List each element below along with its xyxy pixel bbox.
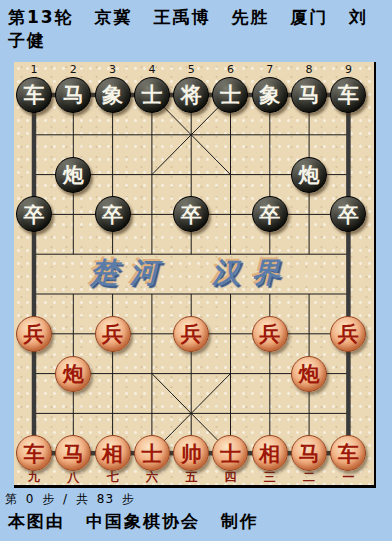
board-point-r7-c7[interactable]: 兵 [250,314,289,354]
board-point-r8-c7[interactable] [250,354,289,394]
board-point-r2-c7[interactable] [250,115,289,155]
board-point-r6-c1[interactable] [14,274,53,314]
piece-red-兵-r7c9[interactable]: 兵 [330,316,366,352]
piece-black-象-r1c3[interactable]: 象 [95,77,131,113]
board-point-r3-c9[interactable] [329,155,368,195]
board-point-r1-c1[interactable]: 车 [14,75,53,115]
board-point-r10-c2[interactable]: 马 [54,433,93,473]
piece-black-车-r1c9[interactable]: 车 [330,77,366,113]
page: 第13轮 京冀 王禹博 先胜 厦门 刘 子健 [0,0,392,541]
board-point-r8-c5[interactable] [172,354,211,394]
board-point-r4-c8[interactable] [289,194,328,234]
step-counter: 第 0 步 / 共 83 步 [5,491,135,508]
board-point-r10-c5[interactable]: 帅 [172,433,211,473]
board-point-r8-c6[interactable] [211,354,250,394]
board-point-r5-c3[interactable] [93,234,132,274]
piece-black-炮-r3c2[interactable]: 炮 [55,157,91,193]
piece-red-兵-r7c3[interactable]: 兵 [95,316,131,352]
board-point-r4-c5[interactable]: 卒 [172,194,211,234]
file-label-top-5: 5 [188,63,195,76]
board-point-r5-c7[interactable] [250,234,289,274]
board-point-r6-c6[interactable] [211,274,250,314]
board-point-r1-c5[interactable]: 将 [172,75,211,115]
board-point-r10-c6[interactable]: 士 [211,433,250,473]
piece-black-卒-r4c9[interactable]: 卒 [330,196,366,232]
board-point-r2-c1[interactable] [14,115,53,155]
board-point-r2-c4[interactable] [132,115,171,155]
piece-red-兵-r7c5[interactable]: 兵 [173,316,209,352]
piece-black-马-r1c8[interactable]: 马 [291,77,327,113]
board-point-r9-c3[interactable] [93,393,132,433]
board-point-r10-c1[interactable]: 车 [14,433,53,473]
board-point-r2-c5[interactable] [172,115,211,155]
board-point-r10-c8[interactable]: 马 [289,433,328,473]
board-point-r8-c2[interactable]: 炮 [54,354,93,394]
board-point-r3-c6[interactable] [211,155,250,195]
piece-black-卒-r4c3[interactable]: 卒 [95,196,131,232]
file-label-top-4: 4 [148,63,155,76]
board-point-r6-c5[interactable] [172,274,211,314]
board-point-r9-c4[interactable] [132,393,171,433]
piece-red-炮-r8c2[interactable]: 炮 [55,356,91,392]
file-label-top-1: 1 [31,63,38,76]
board-point-r7-c4[interactable] [132,314,171,354]
piece-black-卒-r4c5[interactable]: 卒 [173,196,209,232]
board-point-r9-c8[interactable] [289,393,328,433]
board-point-r5-c5[interactable] [172,234,211,274]
board-point-r9-c2[interactable] [54,393,93,433]
piece-black-士-r1c4[interactable]: 士 [134,77,170,113]
board-point-r1-c3[interactable]: 象 [93,75,132,115]
board-point-r8-c9[interactable] [329,354,368,394]
board-point-r5-c9[interactable] [329,234,368,274]
piece-red-兵-r7c1[interactable]: 兵 [16,316,52,352]
piece-black-炮-r3c8[interactable]: 炮 [291,157,327,193]
board-point-r2-c6[interactable] [211,115,250,155]
piece-red-兵-r7c7[interactable]: 兵 [252,316,288,352]
piece-black-象-r1c7[interactable]: 象 [252,77,288,113]
board-point-r1-c8[interactable]: 马 [289,75,328,115]
board-point-r3-c3[interactable] [93,155,132,195]
board-point-r1-c6[interactable]: 士 [211,75,250,115]
board-point-r7-c6[interactable] [211,314,250,354]
credit-text: 本图由 中国象棋协会 制作 [8,510,259,533]
board-point-r7-c1[interactable]: 兵 [14,314,53,354]
board-grid: 车马象士将士象马车炮炮卒卒卒卒卒兵兵兵兵兵炮炮车马相士帅士相马车 [14,75,368,473]
board-point-r10-c7[interactable]: 相 [250,433,289,473]
match-title: 第13轮 京冀 王禹博 先胜 厦门 刘 子健 [8,6,388,52]
board-point-r7-c5[interactable]: 兵 [172,314,211,354]
piece-red-相-r10c7[interactable]: 相 [252,435,288,471]
board-point-r4-c1[interactable]: 卒 [14,194,53,234]
file-label-top-8: 8 [306,63,313,76]
piece-black-马-r1c2[interactable]: 马 [55,77,91,113]
board-point-r1-c2[interactable]: 马 [54,75,93,115]
file-label-top-3: 3 [109,63,116,76]
board-point-r6-c7[interactable] [250,274,289,314]
piece-black-士-r1c6[interactable]: 士 [212,77,248,113]
board-point-r5-c6[interactable] [211,234,250,274]
piece-red-车-r10c9[interactable]: 车 [330,435,366,471]
board-point-r9-c5[interactable] [172,393,211,433]
piece-black-卒-r4c7[interactable]: 卒 [252,196,288,232]
piece-black-车-r1c1[interactable]: 车 [16,77,52,113]
board-point-r7-c3[interactable]: 兵 [93,314,132,354]
board-point-r2-c3[interactable] [93,115,132,155]
board-panel: 123456789 九八七六五四三二一 楚河 汉界 车马象士将士象马车炮炮卒卒卒… [14,62,376,488]
board-point-r5-c8[interactable] [289,234,328,274]
piece-red-炮-r8c8[interactable]: 炮 [291,356,327,392]
board-point-r10-c4[interactable]: 士 [132,433,171,473]
board-point-r1-c4[interactable]: 士 [132,75,171,115]
board-point-r1-c9[interactable]: 车 [329,75,368,115]
board-point-r5-c1[interactable] [14,234,53,274]
board-point-r5-c4[interactable] [132,234,171,274]
board-point-r4-c7[interactable]: 卒 [250,194,289,234]
board-point-r5-c2[interactable] [54,234,93,274]
board-point-r7-c9[interactable]: 兵 [329,314,368,354]
file-label-top-6: 6 [227,63,234,76]
board-point-r9-c1[interactable] [14,393,53,433]
board-point-r10-c9[interactable]: 车 [329,433,368,473]
board-point-r8-c4[interactable] [132,354,171,394]
board-point-r9-c7[interactable] [250,393,289,433]
piece-red-车-r10c1[interactable]: 车 [16,435,52,471]
board-point-r2-c9[interactable] [329,115,368,155]
board-point-r8-c3[interactable] [93,354,132,394]
board-point-r7-c8[interactable] [289,314,328,354]
board-point-r3-c4[interactable] [132,155,171,195]
board-point-r2-c2[interactable] [54,115,93,155]
board-point-r3-c8[interactable]: 炮 [289,155,328,195]
board-point-r3-c2[interactable]: 炮 [54,155,93,195]
board-point-r3-c1[interactable] [14,155,53,195]
board-point-r4-c4[interactable] [132,194,171,234]
board-point-r1-c7[interactable]: 象 [250,75,289,115]
match-title-line1: 第13轮 京冀 王禹博 先胜 厦门 刘 [8,6,388,29]
board-point-r6-c9[interactable] [329,274,368,314]
board-point-r6-c2[interactable] [54,274,93,314]
piece-red-马-r10c8[interactable]: 马 [291,435,327,471]
board-point-r4-c2[interactable] [54,194,93,234]
board-point-r6-c3[interactable] [93,274,132,314]
file-label-top-9: 9 [345,63,352,76]
file-label-top-7: 7 [266,63,273,76]
board-point-r3-c7[interactable] [250,155,289,195]
board-point-r4-c6[interactable] [211,194,250,234]
board-point-r8-c8[interactable]: 炮 [289,354,328,394]
piece-red-帅-r10c5[interactable]: 帅 [173,435,209,471]
piece-black-将-r1c5[interactable]: 将 [173,77,209,113]
board-point-r4-c9[interactable]: 卒 [329,194,368,234]
piece-red-相-r10c3[interactable]: 相 [95,435,131,471]
board-point-r7-c2[interactable] [54,314,93,354]
board-point-r6-c4[interactable] [132,274,171,314]
piece-red-士-r10c4[interactable]: 士 [134,435,170,471]
board-point-r3-c5[interactable] [172,155,211,195]
piece-black-卒-r4c1[interactable]: 卒 [16,196,52,232]
file-label-top-2: 2 [70,63,77,76]
match-title-line2: 子健 [8,29,388,52]
piece-red-马-r10c2[interactable]: 马 [55,435,91,471]
board-point-r4-c3[interactable]: 卒 [93,194,132,234]
board-point-r9-c9[interactable] [329,393,368,433]
board-point-r10-c3[interactable]: 相 [93,433,132,473]
board-point-r9-c6[interactable] [211,393,250,433]
piece-red-士-r10c6[interactable]: 士 [212,435,248,471]
board-point-r8-c1[interactable] [14,354,53,394]
board-point-r2-c8[interactable] [289,115,328,155]
board-point-r6-c8[interactable] [289,274,328,314]
